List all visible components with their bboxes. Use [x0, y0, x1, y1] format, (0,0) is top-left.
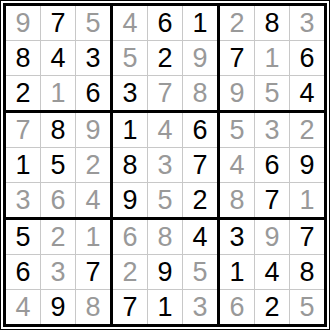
cell-r9c8[interactable]: 2 [255, 290, 289, 324]
cell-r6c3[interactable]: 4 [76, 183, 110, 217]
cell-r7c4[interactable]: 6 [113, 220, 147, 254]
cell-r1c6[interactable]: 1 [183, 6, 217, 40]
cell-r6c5[interactable]: 5 [148, 183, 182, 217]
cell-r8c1[interactable]: 6 [6, 255, 40, 289]
cell-r9c3[interactable]: 8 [76, 290, 110, 324]
cell-r2c1[interactable]: 8 [6, 41, 40, 75]
cell-r3c1[interactable]: 2 [6, 76, 40, 110]
cell-r1c3[interactable]: 5 [76, 6, 110, 40]
cell-r2c3[interactable]: 3 [76, 41, 110, 75]
cell-r9c9[interactable]: 5 [290, 290, 324, 324]
cell-r5c1[interactable]: 1 [6, 148, 40, 182]
cell-r4c9[interactable]: 2 [290, 113, 324, 147]
cell-r5c3[interactable]: 2 [76, 148, 110, 182]
cell-r9c1[interactable]: 4 [6, 290, 40, 324]
cell-r6c7[interactable]: 8 [220, 183, 254, 217]
cell-r5c9[interactable]: 9 [290, 148, 324, 182]
cell-r2c9[interactable]: 6 [290, 41, 324, 75]
cell-r1c7[interactable]: 2 [220, 6, 254, 40]
cell-r3c5[interactable]: 7 [148, 76, 182, 110]
cell-r6c2[interactable]: 6 [41, 183, 75, 217]
cell-r5c4[interactable]: 8 [113, 148, 147, 182]
cell-r8c2[interactable]: 3 [41, 255, 75, 289]
sudoku-board: 9758432164615293782837169547891523641468… [3, 3, 327, 327]
cell-r1c2[interactable]: 7 [41, 6, 75, 40]
cell-r8c8[interactable]: 4 [255, 255, 289, 289]
cell-r7c3[interactable]: 1 [76, 220, 110, 254]
box-2-1: 789152364 [6, 113, 110, 217]
cell-r4c1[interactable]: 7 [6, 113, 40, 147]
cell-r3c8[interactable]: 5 [255, 76, 289, 110]
cell-r8c9[interactable]: 8 [290, 255, 324, 289]
cell-r4c5[interactable]: 4 [148, 113, 182, 147]
box-2-3: 532469871 [220, 113, 324, 217]
cell-r3c3[interactable]: 6 [76, 76, 110, 110]
cell-r7c6[interactable]: 4 [183, 220, 217, 254]
cell-r5c7[interactable]: 4 [220, 148, 254, 182]
box-3-3: 397148625 [220, 220, 324, 324]
cell-r4c7[interactable]: 5 [220, 113, 254, 147]
cell-r7c5[interactable]: 8 [148, 220, 182, 254]
cell-r8c4[interactable]: 2 [113, 255, 147, 289]
cell-r4c4[interactable]: 1 [113, 113, 147, 147]
cell-r9c6[interactable]: 3 [183, 290, 217, 324]
cell-r9c2[interactable]: 9 [41, 290, 75, 324]
cell-r3c4[interactable]: 3 [113, 76, 147, 110]
cell-r3c6[interactable]: 8 [183, 76, 217, 110]
box-1-3: 283716954 [220, 6, 324, 110]
cell-r6c4[interactable]: 9 [113, 183, 147, 217]
cell-r6c1[interactable]: 3 [6, 183, 40, 217]
cell-r4c2[interactable]: 8 [41, 113, 75, 147]
cell-r2c2[interactable]: 4 [41, 41, 75, 75]
cell-r9c5[interactable]: 1 [148, 290, 182, 324]
cell-r7c9[interactable]: 7 [290, 220, 324, 254]
cell-r5c2[interactable]: 5 [41, 148, 75, 182]
cell-r7c2[interactable]: 2 [41, 220, 75, 254]
cell-r3c7[interactable]: 9 [220, 76, 254, 110]
box-3-1: 521637498 [6, 220, 110, 324]
cell-r6c9[interactable]: 1 [290, 183, 324, 217]
box-2-2: 146837952 [113, 113, 217, 217]
cell-r6c6[interactable]: 2 [183, 183, 217, 217]
cell-r1c9[interactable]: 3 [290, 6, 324, 40]
cell-r9c4[interactable]: 7 [113, 290, 147, 324]
cell-r5c8[interactable]: 6 [255, 148, 289, 182]
cell-r8c6[interactable]: 5 [183, 255, 217, 289]
cell-r3c9[interactable]: 4 [290, 76, 324, 110]
box-1-2: 461529378 [113, 6, 217, 110]
cell-r7c1[interactable]: 5 [6, 220, 40, 254]
cell-r4c6[interactable]: 6 [183, 113, 217, 147]
cell-r7c8[interactable]: 9 [255, 220, 289, 254]
box-1-1: 975843216 [6, 6, 110, 110]
cell-r3c2[interactable]: 1 [41, 76, 75, 110]
cell-r2c5[interactable]: 2 [148, 41, 182, 75]
cell-r1c5[interactable]: 6 [148, 6, 182, 40]
cell-r8c5[interactable]: 9 [148, 255, 182, 289]
cell-r1c8[interactable]: 8 [255, 6, 289, 40]
box-3-2: 684295713 [113, 220, 217, 324]
cell-r9c7[interactable]: 6 [220, 290, 254, 324]
cell-r4c8[interactable]: 3 [255, 113, 289, 147]
cell-r6c8[interactable]: 7 [255, 183, 289, 217]
cell-r5c6[interactable]: 7 [183, 148, 217, 182]
cell-r8c7[interactable]: 1 [220, 255, 254, 289]
cell-r4c3[interactable]: 9 [76, 113, 110, 147]
sudoku-outer-frame: 9758432164615293782837169547891523641468… [0, 0, 330, 330]
cell-r2c8[interactable]: 1 [255, 41, 289, 75]
cell-r1c1[interactable]: 9 [6, 6, 40, 40]
cell-r2c7[interactable]: 7 [220, 41, 254, 75]
cell-r2c6[interactable]: 9 [183, 41, 217, 75]
cell-r2c4[interactable]: 5 [113, 41, 147, 75]
cell-r7c7[interactable]: 3 [220, 220, 254, 254]
cell-r1c4[interactable]: 4 [113, 6, 147, 40]
cell-r8c3[interactable]: 7 [76, 255, 110, 289]
cell-r5c5[interactable]: 3 [148, 148, 182, 182]
